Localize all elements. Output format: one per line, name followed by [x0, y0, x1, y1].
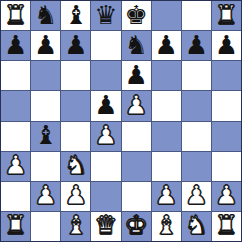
square-b4[interactable]: ♝	[31, 122, 60, 151]
square-b1[interactable]	[31, 212, 60, 241]
piece-white-knight[interactable]: ♞	[185, 212, 208, 238]
square-f4[interactable]	[152, 122, 181, 151]
square-c1[interactable]: ♝	[61, 212, 90, 241]
piece-white-pawn[interactable]: ♟	[4, 152, 27, 178]
square-g3[interactable]	[182, 152, 211, 181]
square-g8[interactable]	[182, 1, 211, 30]
piece-black-pawn[interactable]: ♟	[94, 92, 117, 118]
square-f1[interactable]: ♝	[152, 212, 181, 241]
piece-black-pawn[interactable]: ♟	[34, 32, 57, 58]
piece-black-pawn[interactable]: ♟	[64, 32, 87, 58]
square-g7[interactable]: ♟	[182, 31, 211, 60]
square-e6[interactable]: ♟	[122, 61, 151, 90]
square-c6[interactable]	[61, 61, 90, 90]
piece-white-knight[interactable]: ♞	[64, 152, 87, 178]
square-g4[interactable]	[182, 122, 211, 151]
piece-black-pawn[interactable]: ♟	[124, 62, 147, 88]
square-b5[interactable]	[31, 91, 60, 120]
piece-black-king[interactable]: ♚	[124, 2, 147, 28]
square-e2[interactable]	[122, 182, 151, 211]
square-h6[interactable]	[212, 61, 241, 90]
square-b3[interactable]	[31, 152, 60, 181]
square-e4[interactable]	[122, 122, 151, 151]
square-f5[interactable]	[152, 91, 181, 120]
square-d7[interactable]	[91, 31, 120, 60]
square-b2[interactable]: ♟	[31, 182, 60, 211]
piece-white-pawn[interactable]: ♟	[185, 182, 208, 208]
square-c7[interactable]: ♟	[61, 31, 90, 60]
chess-board: ♜♞♝♛♚♜♟♟♟♞♟♟♟♟♟♟♝♟♟♞♟♟♟♟♟♜♝♛♚♝♞♜	[0, 0, 242, 242]
square-e7[interactable]: ♞	[122, 31, 151, 60]
piece-white-bishop[interactable]: ♝	[64, 212, 87, 238]
piece-white-pawn[interactable]: ♟	[155, 182, 178, 208]
square-e3[interactable]	[122, 152, 151, 181]
square-a6[interactable]	[1, 61, 30, 90]
square-h8[interactable]: ♜	[212, 1, 241, 30]
piece-white-rook[interactable]: ♜	[4, 212, 27, 238]
piece-black-queen[interactable]: ♛	[94, 2, 117, 28]
square-c3[interactable]: ♞	[61, 152, 90, 181]
piece-black-pawn[interactable]: ♟	[185, 32, 208, 58]
square-a4[interactable]	[1, 122, 30, 151]
square-f2[interactable]: ♟	[152, 182, 181, 211]
piece-black-knight[interactable]: ♞	[34, 2, 57, 28]
square-a2[interactable]	[1, 182, 30, 211]
piece-black-pawn[interactable]: ♟	[215, 32, 238, 58]
square-e1[interactable]: ♚	[122, 212, 151, 241]
square-b7[interactable]: ♟	[31, 31, 60, 60]
square-d6[interactable]	[91, 61, 120, 90]
square-a5[interactable]	[1, 91, 30, 120]
piece-white-pawn[interactable]: ♟	[64, 182, 87, 208]
square-a7[interactable]: ♟	[1, 31, 30, 60]
piece-black-bishop[interactable]: ♝	[64, 2, 87, 28]
piece-white-rook[interactable]: ♜	[215, 2, 238, 28]
piece-black-pawn[interactable]: ♟	[155, 32, 178, 58]
piece-white-pawn[interactable]: ♟	[34, 182, 57, 208]
square-f8[interactable]	[152, 1, 181, 30]
piece-white-king[interactable]: ♚	[124, 212, 147, 238]
square-f6[interactable]	[152, 61, 181, 90]
square-a1[interactable]: ♜	[1, 212, 30, 241]
piece-white-pawn[interactable]: ♟	[215, 182, 238, 208]
square-d1[interactable]: ♛	[91, 212, 120, 241]
square-d5[interactable]: ♟	[91, 91, 120, 120]
square-h3[interactable]	[212, 152, 241, 181]
square-h1[interactable]: ♜	[212, 212, 241, 241]
piece-white-bishop[interactable]: ♝	[155, 212, 178, 238]
square-h5[interactable]	[212, 91, 241, 120]
square-c2[interactable]: ♟	[61, 182, 90, 211]
piece-white-pawn[interactable]: ♟	[124, 92, 147, 118]
piece-white-queen[interactable]: ♛	[94, 212, 117, 238]
square-d4[interactable]: ♟	[91, 122, 120, 151]
square-d3[interactable]	[91, 152, 120, 181]
square-b8[interactable]: ♞	[31, 1, 60, 30]
square-h7[interactable]: ♟	[212, 31, 241, 60]
square-f3[interactable]	[152, 152, 181, 181]
square-e5[interactable]: ♟	[122, 91, 151, 120]
piece-black-pawn[interactable]: ♟	[4, 32, 27, 58]
square-c8[interactable]: ♝	[61, 1, 90, 30]
square-d8[interactable]: ♛	[91, 1, 120, 30]
square-g5[interactable]	[182, 91, 211, 120]
square-g6[interactable]	[182, 61, 211, 90]
square-c5[interactable]	[61, 91, 90, 120]
square-b6[interactable]	[31, 61, 60, 90]
square-g2[interactable]: ♟	[182, 182, 211, 211]
square-h4[interactable]	[212, 122, 241, 151]
square-d2[interactable]	[91, 182, 120, 211]
piece-white-rook[interactable]: ♜	[4, 2, 27, 28]
square-g1[interactable]: ♞	[182, 212, 211, 241]
square-a8[interactable]: ♜	[1, 1, 30, 30]
piece-black-bishop[interactable]: ♝	[34, 122, 57, 148]
square-h2[interactable]: ♟	[212, 182, 241, 211]
square-c4[interactable]	[61, 122, 90, 151]
square-e8[interactable]: ♚	[122, 1, 151, 30]
square-f7[interactable]: ♟	[152, 31, 181, 60]
square-a3[interactable]: ♟	[1, 152, 30, 181]
piece-white-pawn[interactable]: ♟	[94, 122, 117, 148]
piece-black-knight[interactable]: ♞	[124, 32, 147, 58]
piece-white-rook[interactable]: ♜	[215, 212, 238, 238]
